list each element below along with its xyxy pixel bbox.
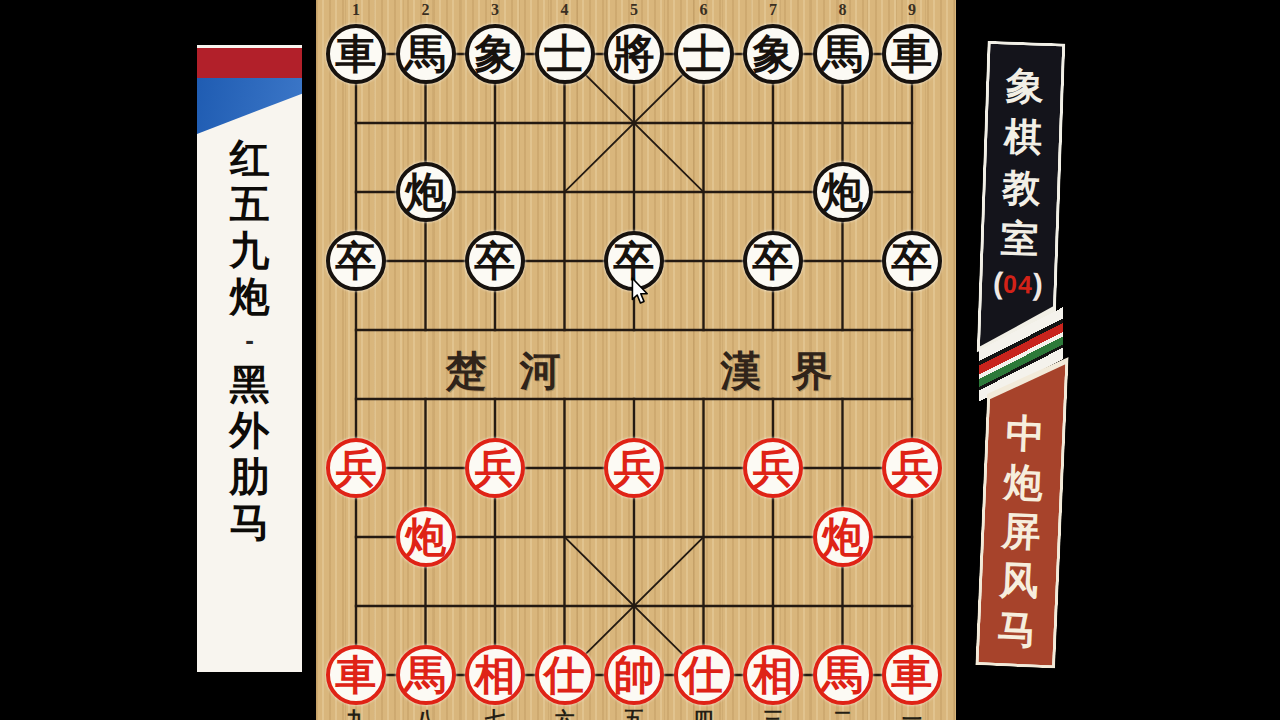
piece-red-炮[interactable]: 炮: [813, 507, 873, 567]
column-number-bottom: 四: [689, 706, 719, 720]
piece-black-士[interactable]: 士: [674, 24, 734, 84]
column-number-top: 6: [692, 1, 716, 19]
piece-red-兵[interactable]: 兵: [465, 438, 525, 498]
column-number-top: 7: [761, 1, 785, 19]
column-number-bottom: 二: [828, 706, 858, 720]
piece-black-卒[interactable]: 卒: [465, 231, 525, 291]
piece-red-兵[interactable]: 兵: [882, 438, 942, 498]
piece-black-卒[interactable]: 卒: [326, 231, 386, 291]
column-number-bottom: 六: [550, 706, 580, 720]
column-number-top: 2: [414, 1, 438, 19]
piece-black-馬[interactable]: 馬: [396, 24, 456, 84]
piece-black-象[interactable]: 象: [465, 24, 525, 84]
piece-red-仕[interactable]: 仕: [674, 645, 734, 705]
piece-black-士[interactable]: 士: [535, 24, 595, 84]
river-character: 河: [517, 344, 563, 399]
left-banner-char: 肋: [230, 453, 270, 499]
series-title-char: 象: [1005, 61, 1045, 113]
piece-red-車[interactable]: 車: [882, 645, 942, 705]
left-banner-char: 九: [230, 227, 270, 273]
series-title-char: 教: [1001, 163, 1041, 215]
piece-red-兵[interactable]: 兵: [743, 438, 803, 498]
piece-black-卒[interactable]: 卒: [882, 231, 942, 291]
series-title-char: 室: [1000, 214, 1040, 266]
column-number-bottom: 三: [758, 706, 788, 720]
column-number-top: 3: [483, 1, 507, 19]
column-number-bottom: 九: [341, 706, 371, 720]
left-title-banner: 红五九炮-黑外肋马: [197, 45, 302, 672]
piece-red-馬[interactable]: 馬: [396, 645, 456, 705]
piece-black-將[interactable]: 將: [604, 24, 664, 84]
opening-system-char: 中: [1005, 409, 1046, 460]
opening-system-char: 炮: [1003, 458, 1044, 509]
column-number-top: 8: [831, 1, 855, 19]
piece-black-車[interactable]: 車: [882, 24, 942, 84]
episode-number-value: 04: [1003, 269, 1034, 299]
piece-black-炮[interactable]: 炮: [813, 162, 873, 222]
column-number-top: 4: [553, 1, 577, 19]
column-number-top: 5: [622, 1, 646, 19]
left-banner-char: 炮: [230, 273, 270, 319]
left-banner-separator: -: [245, 319, 254, 361]
xiangqi-board[interactable]: 123456789 九八七六五四三二一 楚河漢界 車馬象士將士象馬車炮炮卒卒卒卒…: [316, 0, 956, 720]
piece-black-馬[interactable]: 馬: [813, 24, 873, 84]
piece-red-相[interactable]: 相: [743, 645, 803, 705]
piece-red-馬[interactable]: 馬: [813, 645, 873, 705]
piece-red-兵[interactable]: 兵: [326, 438, 386, 498]
river-character: 漢: [718, 344, 764, 399]
series-title-char: 棋: [1003, 112, 1043, 164]
left-banner-char: 马: [230, 499, 270, 545]
piece-red-帥[interactable]: 帥: [604, 645, 664, 705]
mouse-cursor-icon: [630, 277, 652, 311]
left-banner-char: 外: [230, 407, 270, 453]
piece-red-炮[interactable]: 炮: [396, 507, 456, 567]
column-number-top: 9: [900, 1, 924, 19]
episode-number: (04): [992, 265, 1043, 303]
left-banner-char: 黑: [230, 361, 270, 407]
board-grid-lines: [316, 0, 956, 720]
column-number-bottom: 八: [411, 706, 441, 720]
piece-black-炮[interactable]: 炮: [396, 162, 456, 222]
left-banner-char: 五: [230, 181, 270, 227]
piece-red-車[interactable]: 車: [326, 645, 386, 705]
column-number-top: 1: [344, 1, 368, 19]
opening-system-char: 风: [998, 556, 1039, 607]
left-banner-red-band: [197, 48, 302, 78]
piece-black-象[interactable]: 象: [743, 24, 803, 84]
piece-black-卒[interactable]: 卒: [743, 231, 803, 291]
opening-system-char: 屏: [1001, 507, 1042, 558]
column-number-bottom: 一: [897, 706, 927, 720]
left-banner-blue-band: [197, 78, 302, 134]
column-number-bottom: 七: [480, 706, 510, 720]
piece-red-兵[interactable]: 兵: [604, 438, 664, 498]
piece-red-仕[interactable]: 仕: [535, 645, 595, 705]
episode-paren-close: ): [1032, 267, 1043, 301]
opening-system-banner: 中炮屏风马: [975, 353, 1069, 668]
left-banner-char: 红: [230, 135, 270, 181]
opening-system-text: 中炮屏风马: [978, 357, 1065, 666]
opening-names-vertical-text: 红五九炮-黑外肋马: [197, 135, 302, 545]
opening-system-char: 马: [996, 605, 1037, 656]
river-character: 楚: [443, 344, 489, 399]
column-number-bottom: 五: [619, 706, 649, 720]
river-character: 界: [789, 344, 835, 399]
piece-red-相[interactable]: 相: [465, 645, 525, 705]
piece-black-車[interactable]: 車: [326, 24, 386, 84]
